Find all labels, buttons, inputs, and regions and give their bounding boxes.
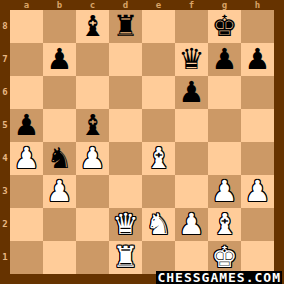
white-pawn-c4: ♟ [80,142,106,175]
black-pawn-a5: ♟ [14,109,40,142]
black-pawn-h7: ♟ [245,43,271,76]
file-label-e: e [142,0,175,10]
rank-label-4: 4 [0,142,10,175]
square-d8: ♜ [109,10,142,43]
black-queen-f7: ♛ [179,43,205,76]
square-g6 [208,76,241,109]
square-b7: ♟ [43,43,76,76]
square-h4 [241,142,274,175]
square-d4 [109,142,142,175]
square-d1: ♜ [109,241,142,274]
white-knight-e2: ♞ [146,208,172,241]
square-g7: ♟ [208,43,241,76]
square-c1 [76,241,109,274]
file-label-a: a [10,0,43,10]
square-h6 [241,76,274,109]
site-watermark: CHESSGAMES.COM [156,271,282,284]
square-a7 [10,43,43,76]
square-h3: ♟ [241,175,274,208]
rank-label-3: 3 [0,175,10,208]
black-pawn-b7: ♟ [47,43,73,76]
square-e7 [142,43,175,76]
white-pawn-g3: ♟ [212,175,238,208]
square-c5: ♝ [76,109,109,142]
square-a6 [10,76,43,109]
square-e8 [142,10,175,43]
black-king-g8: ♚ [212,10,238,43]
square-f2: ♟ [175,208,208,241]
square-b5 [43,109,76,142]
black-knight-b4: ♞ [47,142,73,175]
square-a3 [10,175,43,208]
file-label-h: h [241,0,274,10]
white-pawn-h3: ♟ [245,175,271,208]
square-f3 [175,175,208,208]
square-b3: ♟ [43,175,76,208]
square-g2: ♝ [208,208,241,241]
square-c8: ♝ [76,10,109,43]
square-h8 [241,10,274,43]
square-b6 [43,76,76,109]
rank-label-5: 5 [0,109,10,142]
square-g3: ♟ [208,175,241,208]
rank-label-8: 8 [0,10,10,43]
square-g5 [208,109,241,142]
file-label-b: b [43,0,76,10]
rank-labels: 87654321 [0,10,10,274]
square-e6 [142,76,175,109]
square-g4 [208,142,241,175]
square-d6 [109,76,142,109]
black-rook-d8: ♜ [113,10,139,43]
square-f7: ♛ [175,43,208,76]
square-c3 [76,175,109,208]
square-c4: ♟ [76,142,109,175]
square-d5 [109,109,142,142]
square-c2 [76,208,109,241]
square-a5: ♟ [10,109,43,142]
rank-label-6: 6 [0,76,10,109]
square-d3 [109,175,142,208]
square-f5 [175,109,208,142]
black-bishop-c5: ♝ [80,109,106,142]
square-a8 [10,10,43,43]
square-e4: ♝ [142,142,175,175]
square-b1 [43,241,76,274]
white-pawn-b3: ♟ [47,175,73,208]
square-c7 [76,43,109,76]
square-h2 [241,208,274,241]
square-f4 [175,142,208,175]
square-g8: ♚ [208,10,241,43]
white-queen-d2: ♛ [113,208,139,241]
square-d7 [109,43,142,76]
square-h7: ♟ [241,43,274,76]
square-d2: ♛ [109,208,142,241]
rank-label-2: 2 [0,208,10,241]
white-bishop-g2: ♝ [212,208,238,241]
black-pawn-f6: ♟ [179,76,205,109]
square-c6 [76,76,109,109]
chessboard-frame: abcdefgh 87654321 ♝♜♚♟♛♟♟♟♟♝♟♞♟♝♟♟♟♛♞♟♝♜… [0,0,284,284]
white-rook-d1: ♜ [113,241,139,274]
square-b2 [43,208,76,241]
rank-label-7: 7 [0,43,10,76]
square-a1 [10,241,43,274]
square-h5 [241,109,274,142]
white-bishop-e4: ♝ [146,142,172,175]
square-a2 [10,208,43,241]
black-pawn-g7: ♟ [212,43,238,76]
white-pawn-f2: ♟ [179,208,205,241]
black-bishop-c8: ♝ [80,10,106,43]
square-b4: ♞ [43,142,76,175]
square-a4: ♟ [10,142,43,175]
square-f6: ♟ [175,76,208,109]
white-pawn-a4: ♟ [14,142,40,175]
chess-board[interactable]: ♝♜♚♟♛♟♟♟♟♝♟♞♟♝♟♟♟♛♞♟♝♜♚ [10,10,274,274]
rank-label-1: 1 [0,241,10,274]
square-e5 [142,109,175,142]
file-label-f: f [175,0,208,10]
square-b8 [43,10,76,43]
square-e2: ♞ [142,208,175,241]
square-f8 [175,10,208,43]
square-e3 [142,175,175,208]
